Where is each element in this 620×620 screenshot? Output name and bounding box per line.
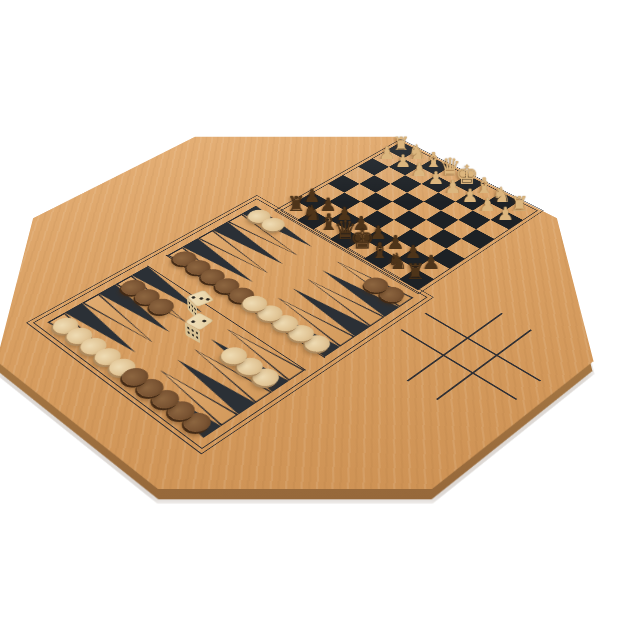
chess-square [373,150,403,166]
tictactoe-line-horizontal-1 [407,313,503,382]
chess-square [458,211,490,230]
chess-square [400,269,434,290]
die-pip [188,306,190,310]
chess-square [330,211,362,230]
chess-square [436,167,467,184]
chess-square [441,202,473,220]
chess-square [344,184,375,202]
die-pip [195,335,197,338]
chess-piece-dark-queen: ♛ [330,204,360,243]
chess-square [364,249,397,269]
chess-piece-light-pawn: ♟ [373,126,401,162]
chess-square [419,159,450,176]
chess-piece-dark-knight: ♞ [382,233,413,273]
chess-square [358,159,389,176]
chess-square [363,229,396,248]
chess-square [361,193,393,211]
chess-piece-dark-knight: ♞ [297,186,327,224]
chess-square [407,184,438,202]
tictactoe-line-vertical-2 [425,313,542,382]
backgammon-board [33,198,428,449]
die-pip [191,329,193,332]
chess-piece-light-knight: ♞ [487,168,516,206]
die-pip [191,333,193,336]
chess-piece-dark-king: ♚ [347,213,378,253]
chess-piece-dark-pawn: ♟ [313,177,342,215]
chess-piece-light-rook: ♜ [505,177,534,215]
games-layer: ♜♞♝♛♚♝♞♜♟♟♟♟♟♟♟♟♟♟♟♟♟♟♟♟♜♞♝♛♚♝♞♜ [0,86,620,597]
chess-square [396,229,429,248]
chess-square [424,193,456,211]
chess-piece-light-pawn: ♟ [438,159,467,196]
chess-square [405,167,436,184]
chess-piece-dark-pawn: ♟ [330,186,360,224]
chess-board [280,142,538,291]
chess-square [329,193,361,211]
die-pip [187,331,189,334]
chess-piece-light-knight: ♞ [403,126,431,162]
chess-piece-light-pawn: ♟ [405,143,433,180]
chess-piece-light-queen: ♛ [436,143,464,180]
chess-square [297,211,329,230]
die-pip [190,320,196,324]
chess-square [438,184,469,202]
chess-square [461,229,494,248]
chess-piece-dark-pawn: ♟ [297,168,326,206]
chess-square [282,202,314,220]
chess-square [422,175,453,192]
die-pip [201,319,207,323]
chess-square [413,239,446,259]
chess-square [431,249,464,269]
chess-square [379,220,411,239]
chess-square [476,220,508,239]
chess-square [398,249,431,269]
chess-square [362,211,394,230]
chess-square [344,167,375,184]
chess-piece-light-rook: ♜ [387,119,415,155]
chess-square [380,239,413,259]
backgammon-point-lower-9 [285,284,370,337]
chess-square [392,193,424,211]
chess-square [446,239,479,259]
chess-piece-light-bishop: ♝ [419,134,447,171]
chess-piece-dark-pawn: ♟ [398,223,429,263]
chess-piece-dark-rook: ♜ [281,177,310,215]
chess-square [470,184,501,202]
chess-square [328,175,359,192]
chess-piece-dark-pawn: ♟ [416,233,447,273]
chess-square [429,229,462,248]
chess-piece-light-pawn: ♟ [473,177,502,215]
die-pip [191,308,193,312]
chess-piece-dark-bishop: ♝ [314,195,344,234]
chess-square [389,159,420,176]
tictactoe-grid [365,289,575,427]
chess-square [409,202,441,220]
chess-square [387,142,417,158]
tictactoe-line-vertical-1 [401,329,518,400]
chess-piece-dark-pawn: ♟ [380,213,411,253]
chess-square [505,202,537,220]
chess-piece-light-king: ♚ [453,151,482,188]
chess-square [453,175,484,192]
chess-square [377,202,409,220]
chess-square [297,193,329,211]
die-pip [197,297,202,300]
chess-square [330,229,363,248]
chess-piece-dark-bishop: ♝ [364,223,395,263]
chess-square [403,150,433,166]
chess-square [491,211,523,230]
tictactoe-line-horizontal-2 [436,329,532,400]
die-pip [191,296,196,299]
chess-square [359,175,390,192]
chess-square [444,220,476,239]
scene-3d: ♜♞♝♛♚♝♞♜♟♟♟♟♟♟♟♟♟♟♟♟♟♟♟♟♜♞♝♛♚♝♞♜ [21,20,598,597]
chess-square [347,239,380,259]
chess-piece-light-pawn: ♟ [389,134,417,171]
chess-square [455,193,487,211]
chess-square [411,220,443,239]
product-photo: ♜♞♝♛♚♝♞♜♟♟♟♟♟♟♟♟♟♟♟♟♟♟♟♟♜♞♝♛♚♝♞♜ [0,0,620,620]
chess-square [376,184,407,202]
chess-square [313,202,345,220]
chess-square [487,193,519,211]
chess-square [426,211,458,230]
chess-square [313,184,344,202]
chess-square [346,220,378,239]
chess-square [394,211,426,230]
chess-square [473,202,505,220]
chess-piece-dark-pawn: ♟ [346,195,376,234]
chess-square [416,258,450,278]
chess-piece-light-pawn: ♟ [422,151,451,188]
chess-piece-light-pawn: ♟ [490,186,520,224]
chess-piece-light-pawn: ♟ [455,168,484,206]
chess-piece-dark-pawn: ♟ [363,204,393,243]
chess-square [382,258,416,278]
octagonal-game-board: ♜♞♝♛♚♝♞♜♟♟♟♟♟♟♟♟♟♟♟♟♟♟♟♟♜♞♝♛♚♝♞♜ [0,137,620,489]
chess-square [391,175,422,192]
chess-square [345,202,377,220]
die-pip [187,327,189,330]
chess-piece-dark-rook: ♜ [400,243,431,284]
chess-square [374,167,405,184]
chess-square [314,220,346,239]
chess-piece-light-bishop: ♝ [470,159,499,196]
die-pip [204,298,209,301]
die-pip [195,331,197,334]
